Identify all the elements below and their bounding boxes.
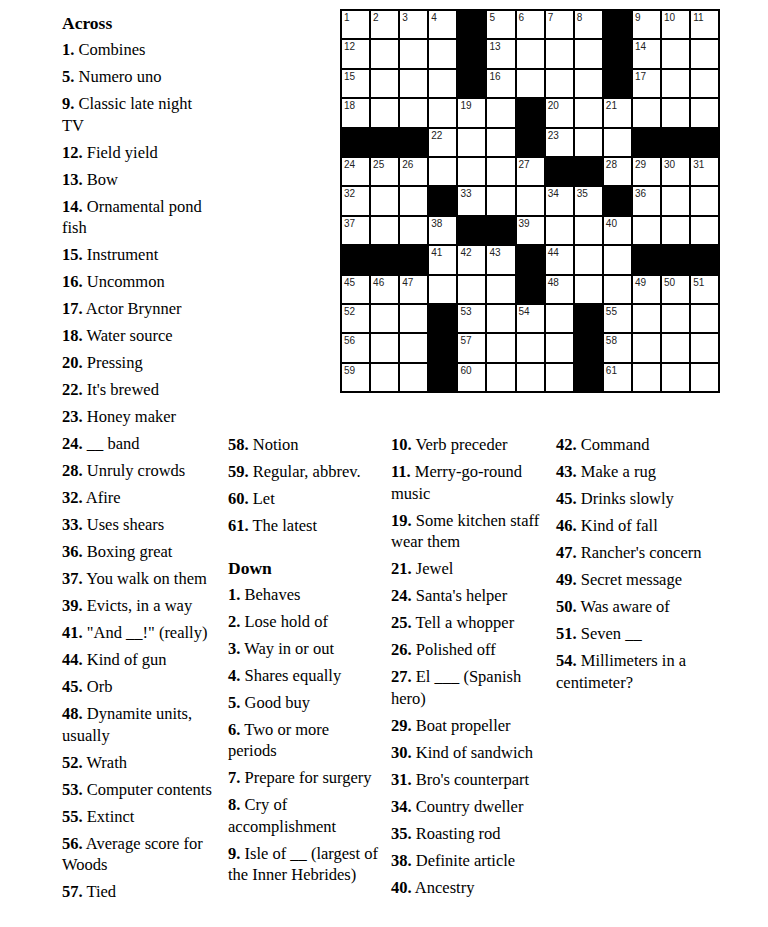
grid-cell[interactable]: 22 — [429, 129, 456, 156]
grid-cell[interactable] — [633, 364, 660, 391]
cell-number: 55 — [606, 306, 617, 317]
black-cell — [662, 129, 689, 156]
clue-down-30: 30. Kind of sandwich — [391, 742, 547, 764]
grid-cell[interactable] — [400, 334, 427, 361]
clue-across-36: 36. Boxing great — [62, 541, 214, 563]
black-cell — [400, 129, 427, 156]
clue-down-5: 5. Good buy — [228, 692, 378, 714]
clue-text: Kind of sandwich — [416, 743, 533, 762]
clue-number: 56. — [62, 834, 83, 853]
clue-number: 24. — [391, 586, 412, 605]
cell-number: 25 — [373, 159, 384, 170]
grid-cell[interactable]: 35 — [575, 187, 602, 214]
cell-number: 29 — [635, 159, 646, 170]
clue-text: Polished off — [416, 640, 496, 659]
grid-cell[interactable] — [662, 334, 689, 361]
clue-text: Was aware of — [580, 597, 669, 616]
cell-number: 11 — [693, 12, 703, 23]
clue-down-19: 19. Some kitchen staff wear them — [391, 510, 547, 553]
clue-down-54: 54. Millimeters in a centimeter? — [556, 650, 728, 693]
grid-cell[interactable] — [371, 70, 398, 97]
black-cell — [429, 334, 456, 361]
clue-number: 16. — [62, 272, 83, 291]
clue-across-17: 17. Actor Brynner — [62, 298, 214, 320]
grid-cell[interactable] — [575, 217, 602, 244]
cell-number: 33 — [460, 188, 471, 199]
clue-text: Field yield — [87, 143, 158, 162]
clue-down-42: 42. Command — [556, 434, 728, 456]
clue-down-31: 31. Bro's counterpart — [391, 769, 547, 791]
clue-number: 60. — [228, 489, 249, 508]
clue-text: Secret message — [581, 570, 682, 589]
grid-cell[interactable] — [400, 70, 427, 97]
grid-cell[interactable]: 39 — [517, 217, 544, 244]
grid-cell[interactable]: 11 — [691, 11, 718, 38]
clue-text: Let — [253, 489, 275, 508]
black-cell — [400, 246, 427, 273]
clue-text: Regular, abbrev. — [253, 462, 361, 481]
grid-cell[interactable] — [633, 217, 660, 244]
cell-number: 16 — [489, 71, 500, 82]
black-cell — [429, 187, 456, 214]
grid-cell[interactable] — [487, 99, 514, 126]
grid-cell[interactable] — [691, 70, 718, 97]
clue-number: 27. — [391, 667, 412, 686]
clue-down-40: 40. Ancestry — [391, 877, 547, 899]
grid-cell[interactable] — [517, 70, 544, 97]
clue-text: You walk on them — [86, 569, 207, 588]
grid-cell[interactable]: 37 — [342, 217, 369, 244]
clue-text: Shares equally — [245, 666, 342, 685]
clue-text: Afire — [86, 488, 121, 507]
clue-across-24: 24. __ band — [62, 433, 214, 455]
clue-down-3: 3. Way in or out — [228, 638, 378, 660]
clue-number: 51. — [556, 624, 577, 643]
grid-cell[interactable] — [546, 305, 573, 332]
clue-text: The latest — [252, 516, 317, 535]
grid-cell[interactable]: 25 — [371, 158, 398, 185]
grid-cell[interactable]: 46 — [371, 276, 398, 303]
clue-across-37: 37. You walk on them — [62, 568, 214, 590]
grid-cell[interactable] — [487, 364, 514, 391]
cell-number: 61 — [606, 365, 617, 376]
black-cell — [458, 217, 485, 244]
grid-cell[interactable] — [662, 99, 689, 126]
grid-cell[interactable]: 16 — [487, 70, 514, 97]
grid-cell[interactable] — [575, 70, 602, 97]
cell-number: 56 — [344, 335, 355, 346]
clue-number: 3. — [228, 639, 240, 658]
grid-cell[interactable] — [371, 305, 398, 332]
black-cell — [575, 364, 602, 391]
clue-text: Honey maker — [87, 407, 176, 426]
grid-cell[interactable] — [371, 40, 398, 67]
cell-number: 13 — [489, 41, 500, 52]
grid-cell[interactable] — [487, 129, 514, 156]
cell-number: 5 — [489, 12, 495, 23]
grid-cell[interactable] — [575, 246, 602, 273]
cell-number: 38 — [431, 218, 442, 229]
clue-text: Instrument — [87, 245, 159, 264]
grid-cell[interactable] — [517, 40, 544, 67]
grid-cell[interactable]: 44 — [546, 246, 573, 273]
clue-across-55: 55. Extinct — [62, 806, 214, 828]
grid-cell[interactable] — [604, 276, 631, 303]
grid-cell[interactable]: 13 — [487, 40, 514, 67]
grid-cell[interactable]: 5 — [487, 11, 514, 38]
grid-cell[interactable] — [458, 158, 485, 185]
clue-text: Ancestry — [415, 878, 475, 897]
clue-text: It's brewed — [87, 380, 159, 399]
clue-number: 22. — [62, 380, 83, 399]
grid-cell[interactable]: 26 — [400, 158, 427, 185]
clue-text: Numero uno — [79, 67, 162, 86]
cell-number: 32 — [344, 188, 355, 199]
grid-cell[interactable]: 21 — [604, 99, 631, 126]
black-cell — [662, 246, 689, 273]
grid-cell[interactable]: 33 — [458, 187, 485, 214]
clue-down-4: 4. Shares equally — [228, 665, 378, 687]
grid-cell[interactable]: 61 — [604, 364, 631, 391]
clue-number: 7. — [228, 768, 240, 787]
grid-cell[interactable]: 59 — [342, 364, 369, 391]
grid-cell[interactable] — [633, 305, 660, 332]
clue-number: 2. — [228, 612, 240, 631]
grid-cell[interactable] — [662, 364, 689, 391]
cell-number: 21 — [606, 100, 617, 111]
clue-down-1: 1. Behaves — [228, 584, 378, 606]
clue-column-across: Across1. Combines5. Numero uno9. Classic… — [62, 12, 214, 908]
grid-cell[interactable] — [371, 99, 398, 126]
grid-cell[interactable] — [458, 276, 485, 303]
grid-cell[interactable]: 55 — [604, 305, 631, 332]
grid-cell[interactable]: 49 — [633, 276, 660, 303]
clue-text: Uncommon — [87, 272, 165, 291]
grid-cell[interactable]: 36 — [633, 187, 660, 214]
grid-cell[interactable] — [575, 99, 602, 126]
down-heading: Down — [228, 557, 378, 579]
black-cell — [546, 158, 573, 185]
clue-text: Kind of fall — [581, 516, 658, 535]
crossword-grid: 1234567891011121314151617181920212223242… — [340, 9, 720, 393]
grid-cell[interactable]: 27 — [517, 158, 544, 185]
clue-down-45: 45. Drinks slowly — [556, 488, 728, 510]
clue-number: 53. — [62, 780, 83, 799]
grid-cell[interactable]: 50 — [662, 276, 689, 303]
grid-cell[interactable]: 54 — [517, 305, 544, 332]
clue-text: Way in or out — [244, 639, 334, 658]
grid-cell[interactable] — [458, 129, 485, 156]
cell-number: 41 — [431, 247, 442, 258]
cell-number: 43 — [489, 247, 500, 258]
clue-number: 41. — [62, 623, 83, 642]
grid-cell[interactable]: 24 — [342, 158, 369, 185]
grid-cell[interactable] — [662, 305, 689, 332]
grid-cell[interactable] — [662, 217, 689, 244]
crossword-page: Across1. Combines5. Numero uno9. Classic… — [0, 0, 768, 927]
clue-across-14: 14. Ornamental pond fish — [62, 196, 214, 239]
black-cell — [604, 187, 631, 214]
clue-across-33: 33. Uses shears — [62, 514, 214, 536]
clue-number: 33. — [62, 515, 83, 534]
cell-number: 20 — [548, 100, 559, 111]
clue-text: Bow — [87, 170, 118, 189]
clue-number: 38. — [391, 851, 412, 870]
clue-number: 1. — [228, 585, 240, 604]
grid-cell[interactable] — [691, 305, 718, 332]
grid-cell[interactable] — [487, 305, 514, 332]
grid-cell[interactable] — [487, 158, 514, 185]
clue-down-25: 25. Tell a whopper — [391, 612, 547, 634]
grid-cell[interactable] — [429, 70, 456, 97]
clue-down-38: 38. Definite article — [391, 850, 547, 872]
grid-cell[interactable]: 29 — [633, 158, 660, 185]
clue-text: Definite article — [416, 851, 515, 870]
grid-cell[interactable]: 32 — [342, 187, 369, 214]
grid-cell[interactable]: 7 — [546, 11, 573, 38]
clue-text: Tied — [86, 882, 116, 901]
black-cell — [575, 334, 602, 361]
clue-number: 44. — [62, 650, 83, 669]
cell-number: 54 — [519, 306, 530, 317]
cell-number: 53 — [460, 306, 471, 317]
grid-cell[interactable]: 3 — [400, 11, 427, 38]
grid-cell[interactable] — [429, 40, 456, 67]
grid-cell[interactable]: 40 — [604, 217, 631, 244]
grid-cell[interactable]: 34 — [546, 187, 573, 214]
grid-cell[interactable] — [546, 70, 573, 97]
clue-across-60: 60. Let — [228, 488, 378, 510]
clue-across-1: 1. Combines — [62, 39, 214, 61]
clue-text: Computer contents — [87, 780, 212, 799]
clue-number: 15. — [62, 245, 83, 264]
grid-cell[interactable] — [371, 364, 398, 391]
grid-cell[interactable]: 19 — [458, 99, 485, 126]
grid-cell[interactable] — [371, 217, 398, 244]
cell-number: 30 — [664, 159, 675, 170]
grid-cell[interactable] — [429, 99, 456, 126]
cell-number: 45 — [344, 277, 355, 288]
grid-cell[interactable] — [662, 70, 689, 97]
grid-cell[interactable] — [517, 334, 544, 361]
grid-cell[interactable] — [604, 246, 631, 273]
grid-cell[interactable]: 12 — [342, 40, 369, 67]
black-cell — [604, 70, 631, 97]
black-cell — [458, 70, 485, 97]
clue-number: 59. — [228, 462, 249, 481]
grid-cell[interactable] — [400, 187, 427, 214]
black-cell — [517, 129, 544, 156]
clue-number: 52. — [62, 753, 83, 772]
clue-down-21: 21. Jewel — [391, 558, 547, 580]
grid-cell[interactable] — [517, 364, 544, 391]
clue-number: 25. — [391, 613, 412, 632]
black-cell — [458, 40, 485, 67]
grid-cell[interactable] — [633, 334, 660, 361]
grid-cell[interactable]: 8 — [575, 11, 602, 38]
grid-cell[interactable]: 58 — [604, 334, 631, 361]
clue-text: Country dweller — [416, 797, 524, 816]
clue-down-26: 26. Polished off — [391, 639, 547, 661]
grid-cell[interactable]: 14 — [633, 40, 660, 67]
grid-cell[interactable] — [691, 217, 718, 244]
grid-cell[interactable]: 51 — [691, 276, 718, 303]
clue-across-12: 12. Field yield — [62, 142, 214, 164]
grid-cell[interactable] — [691, 364, 718, 391]
grid-cell[interactable] — [400, 217, 427, 244]
grid-cell[interactable] — [546, 40, 573, 67]
clue-number: 49. — [556, 570, 577, 589]
black-cell — [691, 129, 718, 156]
clue-number: 10. — [391, 435, 412, 454]
clue-down-11: 11. Merry-go-round music — [391, 461, 547, 504]
grid-cell[interactable] — [400, 305, 427, 332]
grid-cell[interactable] — [371, 334, 398, 361]
grid-cell[interactable]: 2 — [371, 11, 398, 38]
grid-cell[interactable]: 60 — [458, 364, 485, 391]
clue-text: Command — [581, 435, 650, 454]
clue-number: 14. — [62, 197, 83, 216]
clue-text: Make a rug — [581, 462, 656, 481]
cell-number: 12 — [344, 41, 355, 52]
grid-cell[interactable]: 52 — [342, 305, 369, 332]
clue-text: Behaves — [245, 585, 301, 604]
grid-cell[interactable] — [604, 129, 631, 156]
black-cell — [517, 99, 544, 126]
grid-cell[interactable]: 20 — [546, 99, 573, 126]
grid-cell[interactable]: 6 — [517, 11, 544, 38]
grid-cell[interactable]: 10 — [662, 11, 689, 38]
grid-cell[interactable]: 17 — [633, 70, 660, 97]
clue-number: 9. — [62, 94, 74, 113]
clue-column-2: 58. Notion59. Regular, abbrev.60. Let61.… — [228, 434, 378, 891]
clue-number: 21. — [391, 559, 412, 578]
grid-cell[interactable] — [400, 364, 427, 391]
grid-cell[interactable] — [662, 40, 689, 67]
grid-cell[interactable] — [487, 276, 514, 303]
black-cell — [575, 158, 602, 185]
clue-number: 5. — [228, 693, 240, 712]
black-cell — [691, 246, 718, 273]
cell-number: 52 — [344, 306, 355, 317]
grid-cell[interactable]: 47 — [400, 276, 427, 303]
grid-cell[interactable] — [575, 276, 602, 303]
clue-across-22: 22. It's brewed — [62, 379, 214, 401]
cell-number: 27 — [519, 159, 530, 170]
clue-across-13: 13. Bow — [62, 169, 214, 191]
clue-number: 57. — [62, 882, 83, 901]
grid-cell[interactable]: 53 — [458, 305, 485, 332]
grid-cell[interactable] — [575, 129, 602, 156]
clue-number: 28. — [62, 461, 83, 480]
grid-cell[interactable]: 48 — [546, 276, 573, 303]
clue-text: Boat propeller — [416, 716, 511, 735]
grid-cell[interactable] — [691, 187, 718, 214]
grid-cell[interactable] — [546, 217, 573, 244]
clue-number: 43. — [556, 462, 577, 481]
grid-cell[interactable] — [487, 334, 514, 361]
grid-cell[interactable]: 57 — [458, 334, 485, 361]
grid-cell[interactable] — [546, 334, 573, 361]
grid-cell[interactable]: 28 — [604, 158, 631, 185]
cell-number: 50 — [664, 277, 675, 288]
cell-number: 36 — [635, 188, 646, 199]
clue-number: 5. — [62, 67, 74, 86]
cell-number: 7 — [548, 12, 554, 23]
cell-number: 31 — [693, 159, 704, 170]
clue-text: Rancher's concern — [581, 543, 702, 562]
clue-across-53: 53. Computer contents — [62, 779, 214, 801]
clue-number: 36. — [62, 542, 83, 561]
grid-cell[interactable]: 30 — [662, 158, 689, 185]
clue-across-28: 28. Unruly crowds — [62, 460, 214, 482]
clue-number: 54. — [556, 651, 577, 670]
grid-cell[interactable]: 41 — [429, 246, 456, 273]
clue-text: Good buy — [245, 693, 311, 712]
across-heading: Across — [62, 12, 214, 34]
clue-down-46: 46. Kind of fall — [556, 515, 728, 537]
grid-cell[interactable]: 23 — [546, 129, 573, 156]
clue-text: "And __!" (really) — [87, 623, 208, 642]
grid-cell[interactable]: 4 — [429, 11, 456, 38]
grid-cell[interactable] — [517, 187, 544, 214]
cell-number: 24 — [344, 159, 355, 170]
grid-cell[interactable] — [662, 187, 689, 214]
grid-cell[interactable] — [691, 99, 718, 126]
clue-text: Actor Brynner — [86, 299, 182, 318]
clue-across-18: 18. Water source — [62, 325, 214, 347]
clue-down-2: 2. Lose hold of — [228, 611, 378, 633]
grid-cell[interactable]: 18 — [342, 99, 369, 126]
grid-cell[interactable] — [487, 187, 514, 214]
grid-cell[interactable] — [633, 99, 660, 126]
black-cell — [575, 305, 602, 332]
clue-text: Ornamental pond fish — [62, 197, 202, 238]
grid-cell[interactable] — [400, 40, 427, 67]
clue-text: Boxing great — [87, 542, 173, 561]
cell-number: 57 — [460, 335, 471, 346]
clue-number: 8. — [228, 795, 240, 814]
clue-number: 45. — [62, 677, 83, 696]
grid-cell[interactable]: 1 — [342, 11, 369, 38]
clue-number: 24. — [62, 434, 83, 453]
clue-number: 32. — [62, 488, 83, 507]
grid-cell[interactable]: 45 — [342, 276, 369, 303]
grid-cell[interactable]: 56 — [342, 334, 369, 361]
grid-cell[interactable] — [371, 187, 398, 214]
grid-cell[interactable] — [429, 276, 456, 303]
clue-text: Water source — [86, 326, 172, 345]
clue-down-29: 29. Boat propeller — [391, 715, 547, 737]
grid-cell[interactable]: 9 — [633, 11, 660, 38]
grid-cell[interactable]: 38 — [429, 217, 456, 244]
grid-cell[interactable] — [575, 40, 602, 67]
cell-number: 39 — [519, 218, 530, 229]
grid-cell[interactable]: 42 — [458, 246, 485, 273]
grid-cell[interactable] — [691, 40, 718, 67]
grid-cell[interactable] — [546, 364, 573, 391]
grid-cell[interactable]: 43 — [487, 246, 514, 273]
grid-cell[interactable] — [429, 158, 456, 185]
grid-cell[interactable]: 31 — [691, 158, 718, 185]
clue-number: 39. — [62, 596, 83, 615]
cell-number: 8 — [577, 12, 583, 23]
cell-number: 46 — [373, 277, 384, 288]
grid-cell[interactable] — [400, 99, 427, 126]
grid-cell[interactable]: 15 — [342, 70, 369, 97]
cell-number: 23 — [548, 130, 559, 141]
grid-cell[interactable] — [691, 334, 718, 361]
